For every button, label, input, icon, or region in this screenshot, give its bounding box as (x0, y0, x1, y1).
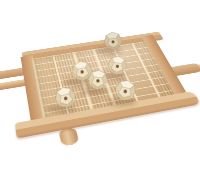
bead-piece-4[interactable] (86, 68, 109, 91)
bead-piece-6[interactable] (51, 83, 79, 111)
faceted-bead-graphic (102, 30, 124, 52)
bead-piece-1[interactable] (102, 30, 124, 52)
front-foot-peg (58, 128, 79, 147)
faceted-bead-graphic (111, 76, 139, 104)
bead-piece-5[interactable] (111, 76, 139, 104)
faceted-bead-graphic (51, 83, 79, 111)
faceted-bead-graphic (86, 68, 109, 91)
photo-scene (0, 0, 200, 189)
